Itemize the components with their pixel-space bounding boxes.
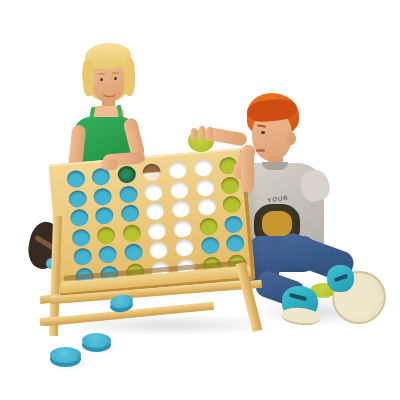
hole-b [92,168,111,187]
cell-r5c2[interactable] [94,244,121,266]
cell-r3c2[interactable] [91,205,118,227]
hole-b [119,185,138,204]
cell-r2c5[interactable] [166,179,193,201]
hole-b [93,187,112,206]
cell-r4c7[interactable] [220,213,247,235]
hole-e [193,159,212,178]
girl-hair-lock-left [83,60,94,96]
hole-b [98,245,117,264]
girl-hand-fingers [101,159,118,170]
hole-e [149,241,168,260]
girl-eyebrow-left [98,73,105,75]
cell-r3c1[interactable] [66,207,93,229]
cell-r1c6[interactable] [190,157,217,179]
hole-b [200,237,219,256]
cell-r4c6[interactable] [195,216,222,238]
cell-r3c6[interactable] [193,196,220,218]
cell-r2c6[interactable] [191,177,218,199]
cell-r5c7[interactable] [222,233,249,255]
hole-g [122,224,141,243]
hole-e [148,222,167,241]
hole-b [224,215,243,234]
cell-r3c7[interactable] [218,194,245,216]
cell-r1c1[interactable] [62,168,89,190]
hole-b [226,234,245,253]
cell-r5c3[interactable] [120,242,147,264]
hole-e [171,200,190,219]
hole-e [197,198,216,217]
cell-r4c2[interactable] [93,224,120,246]
boy-finger-1 [191,128,197,140]
girl-eyebrow-right [112,72,119,74]
hole-b [66,170,85,189]
hole-e [173,219,192,238]
cell-r5c4[interactable] [145,239,172,261]
cell-r1c5[interactable] [164,159,191,181]
hole-e [146,202,165,221]
boy-ear [287,132,296,145]
cell-r3c5[interactable] [167,198,194,220]
hole-g [97,226,116,245]
connect-four-board[interactable] [49,148,256,297]
hole-e_shirt [117,166,136,185]
boy-finger-2 [199,126,205,139]
girl-hair-lock-right [124,58,135,96]
hole-e [168,161,187,180]
hole-b [120,204,139,223]
hole-e [195,178,214,197]
cell-r5c5[interactable] [171,237,198,259]
boy-finger-3 [207,127,213,139]
hole-g [222,195,241,214]
hole-b [124,243,143,262]
cell-r5c1[interactable] [69,246,96,268]
cell-r1c4[interactable] [139,162,166,184]
hole-b [95,207,114,226]
cell-r2c3[interactable] [115,183,142,205]
boy-eye [261,131,265,134]
cell-r4c5[interactable] [169,218,196,240]
loose-disc-blue-floor-front[interactable] [50,347,81,363]
boy-mouth [256,149,265,152]
cell-r5c6[interactable] [196,235,223,257]
boy-tshirt-collar [262,162,288,170]
photo-stage: YOUR [0,0,400,400]
cell-r3c4[interactable] [142,201,169,223]
hole-e [170,180,189,199]
hole-e_skin [142,163,161,182]
cell-r2c1[interactable] [64,188,91,210]
hole-e [144,183,163,202]
cell-r2c4[interactable] [140,181,167,203]
cell-r4c4[interactable] [144,220,171,242]
girl-eye-right [114,77,117,80]
hole-b [73,248,92,267]
cell-r4c1[interactable] [67,227,94,249]
hole-g [199,217,218,236]
hole-b [69,209,88,228]
boy-hand-gripping-board-edge [241,152,254,192]
hole-b [71,228,90,247]
cell-r3c3[interactable] [117,203,144,225]
cell-r2c2[interactable] [89,186,116,208]
girl-eye-left [100,78,103,81]
loose-disc-blue-floor-back[interactable] [82,333,111,348]
hole-e [175,239,194,258]
cell-r4c3[interactable] [118,222,145,244]
hole-b [68,189,87,208]
